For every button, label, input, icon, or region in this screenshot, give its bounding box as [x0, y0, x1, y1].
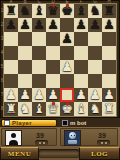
white-color-swatch-icon [4, 120, 10, 126]
square-d1[interactable]: ♛ [46, 102, 60, 116]
softkey-bar-groove [39, 149, 79, 158]
square-h4[interactable] [102, 60, 116, 74]
piece-black-pawn: ♟ [61, 32, 73, 46]
piece-white-bishop: ♝ [33, 102, 45, 116]
piece-white-pawn: ♟ [19, 88, 31, 102]
square-f2[interactable]: ♟ [74, 88, 88, 102]
square-a5[interactable] [4, 46, 18, 60]
bot-name-area: m bot [59, 118, 120, 127]
piece-white-rook: ♜ [5, 102, 17, 116]
file-label-D: D [46, 0, 60, 4]
piece-white-pawn: ♟ [61, 60, 73, 74]
square-g7[interactable]: ♟ [88, 18, 102, 32]
piece-black-pawn: ♟ [19, 18, 31, 32]
square-a3[interactable] [4, 74, 18, 88]
piece-black-pawn: ♟ [47, 18, 59, 32]
status-panel: Player m bot 39 [0, 118, 120, 160]
file-label-H: H [102, 0, 116, 4]
square-f3[interactable] [74, 74, 88, 88]
square-h8[interactable]: ♜ [102, 4, 116, 18]
stats-row: 39 39 [0, 127, 120, 147]
square-d6[interactable] [46, 32, 60, 46]
rank-label-6: 6 [0, 74, 4, 88]
square-d2[interactable]: ♟ [46, 88, 60, 102]
square-h5[interactable] [102, 46, 116, 60]
square-c1[interactable]: ♝ [32, 102, 46, 116]
square-h6[interactable] [102, 32, 116, 46]
bot-stat-card: 39 [60, 128, 118, 146]
player-names-row: Player m bot [0, 118, 120, 127]
file-label-G: G [88, 0, 102, 4]
square-f8[interactable]: ♝ [74, 4, 88, 18]
piece-black-bishop: ♝ [75, 4, 87, 18]
square-h7[interactable]: ♟ [102, 18, 116, 32]
square-b7[interactable]: ♟ [18, 18, 32, 32]
chess-board[interactable]: ♜♞♝♛♚♝♞♜♟♟♟♟♟♟♟♟♟♟♟♟♟♟♟♟♜♞♝♛♚♝♞♜ [4, 4, 116, 116]
square-a1[interactable]: ♜ [4, 102, 18, 116]
piece-white-bishop: ♝ [75, 102, 87, 116]
piece-white-knight: ♞ [89, 102, 101, 116]
square-e6[interactable]: ♟ [60, 32, 74, 46]
square-b3[interactable] [18, 74, 32, 88]
square-e5[interactable] [60, 46, 74, 60]
square-h1[interactable]: ♜ [102, 102, 116, 116]
square-e7[interactable] [60, 18, 74, 32]
square-g3[interactable] [88, 74, 102, 88]
square-b5[interactable] [18, 46, 32, 60]
red-finial-icon [52, 102, 55, 105]
square-e1[interactable]: ♚ [60, 102, 74, 116]
square-g6[interactable] [88, 32, 102, 46]
bot-material-score: 39 [98, 132, 106, 139]
chess-game-screen: ♜♞♝♛♚♝♞♜♟♟♟♟♟♟♟♟♟♟♟♟♟♟♟♟♜♞♝♛♚♝♞♜ ABCDEFG… [0, 0, 120, 160]
square-c4[interactable] [32, 60, 46, 74]
square-a4[interactable] [4, 60, 18, 74]
square-g8[interactable]: ♞ [88, 4, 102, 18]
rank-label-5: 5 [0, 60, 4, 74]
bot-name: m bot [70, 120, 86, 126]
piece-white-pawn: ♟ [33, 88, 45, 102]
square-a6[interactable] [4, 32, 18, 46]
rank-label-7: 7 [0, 88, 4, 102]
piece-black-pawn: ♟ [5, 18, 17, 32]
square-f6[interactable] [74, 32, 88, 46]
black-color-swatch-icon [62, 120, 68, 126]
red-finial-icon [52, 4, 55, 7]
square-f5[interactable] [74, 46, 88, 60]
piece-black-knight: ♞ [19, 4, 31, 18]
red-finial-icon [66, 4, 69, 7]
square-b1[interactable]: ♞ [18, 102, 32, 116]
square-b4[interactable] [18, 60, 32, 74]
player-material-score: 39 [36, 132, 44, 139]
file-label-C: C [32, 0, 46, 4]
log-button[interactable]: LOG [79, 147, 120, 160]
piece-black-rook: ♜ [103, 4, 115, 18]
piece-white-pawn: ♟ [75, 88, 87, 102]
square-b8[interactable]: ♞ [18, 4, 32, 18]
square-c6[interactable] [32, 32, 46, 46]
bot-avatar [64, 130, 81, 146]
square-d3[interactable] [46, 74, 60, 88]
piece-white-knight: ♞ [19, 102, 31, 116]
square-e2[interactable] [60, 88, 74, 102]
rank-label-3: 3 [0, 32, 4, 46]
piece-white-pawn: ♟ [89, 88, 101, 102]
piece-black-pawn: ♟ [89, 18, 101, 32]
square-c5[interactable] [32, 46, 46, 60]
square-c7[interactable]: ♟ [32, 18, 46, 32]
bot-dots-pill-icon [97, 140, 110, 145]
player-name-banner: Player [1, 119, 57, 127]
rank-label-4: 4 [0, 46, 4, 60]
square-h3[interactable] [102, 74, 116, 88]
piece-black-bishop: ♝ [33, 4, 45, 18]
square-f7[interactable]: ♟ [74, 18, 88, 32]
player-dots-pill-icon [35, 140, 48, 145]
file-label-E: E [60, 0, 74, 4]
square-f1[interactable]: ♝ [74, 102, 88, 116]
square-e4[interactable]: ♟ [60, 60, 74, 74]
softkey-bar: MENU LOG [0, 147, 120, 160]
player-avatar [5, 130, 22, 146]
robot-eye [74, 135, 75, 136]
square-c2[interactable]: ♟ [32, 88, 46, 102]
piece-white-pawn: ♟ [5, 88, 17, 102]
robot-body [68, 140, 77, 144]
square-g5[interactable] [88, 46, 102, 60]
square-a8[interactable]: ♜ [4, 4, 18, 18]
robot-eye [71, 135, 72, 136]
piece-black-pawn: ♟ [75, 18, 87, 32]
avatar-head [11, 133, 16, 138]
piece-white-pawn: ♟ [47, 88, 59, 102]
square-h2[interactable]: ♟ [102, 88, 116, 102]
avatar-shoulders [9, 140, 18, 145]
rank-label-8: 8 [0, 102, 4, 116]
piece-black-pawn: ♟ [33, 18, 45, 32]
player-name: Player [12, 120, 32, 126]
piece-black-pawn: ♟ [103, 18, 115, 32]
rank-label-1: 1 [0, 4, 4, 18]
square-e3[interactable] [60, 74, 74, 88]
square-c3[interactable] [32, 74, 46, 88]
player-stat-card: 39 [1, 128, 57, 146]
square-a2[interactable]: ♟ [4, 88, 18, 102]
square-g2[interactable]: ♟ [88, 88, 102, 102]
piece-black-rook: ♜ [5, 4, 17, 18]
file-label-B: B [18, 0, 32, 4]
piece-white-pawn: ♟ [103, 88, 115, 102]
file-label-A: A [4, 0, 18, 4]
menu-button[interactable]: MENU [0, 147, 39, 160]
board-frame: ♜♞♝♛♚♝♞♜♟♟♟♟♟♟♟♟♟♟♟♟♟♟♟♟♜♞♝♛♚♝♞♜ ABCDEFG… [0, 0, 120, 118]
square-d4[interactable] [46, 60, 60, 74]
square-b2[interactable]: ♟ [18, 88, 32, 102]
red-finial-icon [66, 102, 69, 105]
square-c8[interactable]: ♝ [32, 4, 46, 18]
rank-label-2: 2 [0, 18, 4, 32]
piece-black-knight: ♞ [89, 4, 101, 18]
square-g1[interactable]: ♞ [88, 102, 102, 116]
piece-white-rook: ♜ [103, 102, 115, 116]
file-label-F: F [74, 0, 88, 4]
square-d7[interactable]: ♟ [46, 18, 60, 32]
square-g4[interactable] [88, 60, 102, 74]
square-f4[interactable] [74, 60, 88, 74]
square-a7[interactable]: ♟ [4, 18, 18, 32]
square-b6[interactable] [18, 32, 32, 46]
square-e8[interactable]: ♚ [60, 4, 74, 18]
square-d8[interactable]: ♛ [46, 4, 60, 18]
square-d5[interactable] [46, 46, 60, 60]
